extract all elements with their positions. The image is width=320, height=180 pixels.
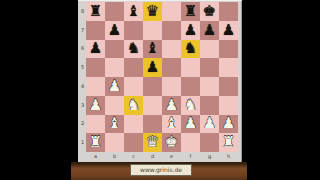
square-b5[interactable] <box>105 58 124 77</box>
square-d2[interactable] <box>143 115 162 134</box>
square-f5[interactable] <box>181 58 200 77</box>
square-b3[interactable] <box>105 96 124 115</box>
rank-label-2: 2 <box>79 115 86 134</box>
square-e3[interactable]: ♟ <box>162 96 181 115</box>
square-h6[interactable] <box>219 40 238 59</box>
square-c6[interactable]: ♞ <box>124 40 143 59</box>
square-c8[interactable]: ♝ <box>124 2 143 21</box>
square-g3[interactable] <box>200 96 219 115</box>
square-f3[interactable]: ♞ <box>181 96 200 115</box>
square-f1[interactable] <box>181 133 200 152</box>
file-label-b: b <box>105 152 124 160</box>
file-label-c: c <box>124 152 143 160</box>
file-label-a: a <box>86 152 105 160</box>
piece-black-P-g7: ♟ <box>203 22 216 37</box>
piece-black-P-f7: ♟ <box>184 22 197 37</box>
square-f8[interactable]: ♜ <box>181 2 200 21</box>
square-e1[interactable]: ♚ <box>162 133 181 152</box>
rank-coordinates: 87654321 <box>79 2 86 152</box>
piece-white-Q-d1: ♛ <box>146 135 159 150</box>
square-g8[interactable]: ♚ <box>200 2 219 21</box>
watermark-text: www.grinis.de <box>140 167 182 173</box>
piece-white-P-e3: ♟ <box>165 97 178 112</box>
square-h2[interactable]: ♟ <box>219 115 238 134</box>
file-label-d: d <box>143 152 162 160</box>
piece-black-P-d5: ♟ <box>146 60 159 75</box>
square-g2[interactable]: ♟ <box>200 115 219 134</box>
rank-label-8: 8 <box>79 2 86 21</box>
square-c5[interactable] <box>124 58 143 77</box>
square-d8[interactable]: ♛ <box>143 2 162 21</box>
square-e4[interactable] <box>162 77 181 96</box>
square-d6[interactable]: ♝ <box>143 40 162 59</box>
square-d5[interactable]: ♟ <box>143 58 162 77</box>
square-a3[interactable]: ♟ <box>86 96 105 115</box>
square-a6[interactable]: ♟ <box>86 40 105 59</box>
square-h5[interactable] <box>219 58 238 77</box>
square-f2[interactable]: ♟ <box>181 115 200 134</box>
piece-white-P-b4: ♟ <box>108 78 121 93</box>
square-a1[interactable]: ♜ <box>86 133 105 152</box>
piece-black-P-b7: ♟ <box>108 22 121 37</box>
square-b6[interactable] <box>105 40 124 59</box>
square-b1[interactable] <box>105 133 124 152</box>
square-h1[interactable]: ♜ <box>219 133 238 152</box>
rank-label-3: 3 <box>79 96 86 115</box>
square-b7[interactable]: ♟ <box>105 21 124 40</box>
piece-black-Q-d8: ♛ <box>146 3 159 18</box>
rank-label-7: 7 <box>79 21 86 40</box>
square-d7[interactable] <box>143 21 162 40</box>
square-e8[interactable] <box>162 2 181 21</box>
square-d4[interactable] <box>143 77 162 96</box>
piece-black-P-h7: ♟ <box>222 22 235 37</box>
piece-black-R-f8: ♜ <box>184 3 197 18</box>
square-a5[interactable] <box>86 58 105 77</box>
piece-white-B-e2: ♝ <box>165 116 178 131</box>
rank-label-6: 6 <box>79 40 86 59</box>
piece-white-P-f2: ♟ <box>184 116 197 131</box>
piece-black-B-c8: ♝ <box>127 3 140 18</box>
rank-label-4: 4 <box>79 77 86 96</box>
square-g1[interactable] <box>200 133 219 152</box>
square-g6[interactable] <box>200 40 219 59</box>
square-c3[interactable]: ♞ <box>124 96 143 115</box>
piece-white-P-h2: ♟ <box>222 116 235 131</box>
rank-label-5: 5 <box>79 58 86 77</box>
file-label-f: f <box>181 152 200 160</box>
square-b4[interactable]: ♟ <box>105 77 124 96</box>
piece-black-N-f6: ♞ <box>184 41 197 56</box>
piece-black-B-d6: ♝ <box>146 41 159 56</box>
piece-white-N-c3: ♞ <box>127 97 140 112</box>
piece-black-K-g8: ♚ <box>203 3 216 18</box>
square-a4[interactable] <box>86 77 105 96</box>
square-c1[interactable] <box>124 133 143 152</box>
square-b8[interactable] <box>105 2 124 21</box>
piece-black-P-a6: ♟ <box>89 41 102 56</box>
square-h8[interactable] <box>219 2 238 21</box>
square-a8[interactable]: ♜ <box>86 2 105 21</box>
file-label-e: e <box>162 152 181 160</box>
piece-black-R-a8: ♜ <box>89 3 102 18</box>
piece-white-N-f3: ♞ <box>184 97 197 112</box>
square-a2[interactable] <box>86 115 105 134</box>
square-h7[interactable]: ♟ <box>219 21 238 40</box>
square-f4[interactable] <box>181 77 200 96</box>
rank-label-1: 1 <box>79 133 86 152</box>
square-d1[interactable]: ♛ <box>143 133 162 152</box>
piece-white-B-b2: ♝ <box>108 116 121 131</box>
piece-black-N-c6: ♞ <box>127 41 140 56</box>
piece-white-R-h1: ♜ <box>222 135 235 150</box>
square-g7[interactable]: ♟ <box>200 21 219 40</box>
video-frame: 87654321 ♜♝♛♜♚♟♟♟♟♟♞♝♞♟♟♟♞♟♞♝♝♟♟♟♜♛♚♜ ab… <box>0 0 320 180</box>
square-a7[interactable] <box>86 21 105 40</box>
piece-white-P-a3: ♟ <box>89 97 102 112</box>
file-label-g: g <box>200 152 219 160</box>
square-h4[interactable] <box>219 77 238 96</box>
square-e2[interactable]: ♝ <box>162 115 181 134</box>
square-h3[interactable] <box>219 96 238 115</box>
square-b2[interactable]: ♝ <box>105 115 124 134</box>
file-label-h: h <box>219 152 238 160</box>
square-g4[interactable] <box>200 77 219 96</box>
watermark-plate: www.grinis.de <box>130 164 192 176</box>
piece-white-R-a1: ♜ <box>89 135 102 150</box>
piece-white-K-e1: ♚ <box>165 135 178 150</box>
square-g5[interactable] <box>200 58 219 77</box>
square-e6[interactable] <box>162 40 181 59</box>
chess-board: ♜♝♛♜♚♟♟♟♟♟♞♝♞♟♟♟♞♟♞♝♝♟♟♟♜♛♚♜ <box>86 2 238 152</box>
file-coordinates: abcdefgh <box>86 152 238 160</box>
square-c4[interactable] <box>124 77 143 96</box>
square-f6[interactable]: ♞ <box>181 40 200 59</box>
square-d3[interactable] <box>143 96 162 115</box>
square-f7[interactable]: ♟ <box>181 21 200 40</box>
square-e7[interactable] <box>162 21 181 40</box>
square-e5[interactable] <box>162 58 181 77</box>
square-c2[interactable] <box>124 115 143 134</box>
piece-white-P-g2: ♟ <box>203 116 216 131</box>
square-c7[interactable] <box>124 21 143 40</box>
